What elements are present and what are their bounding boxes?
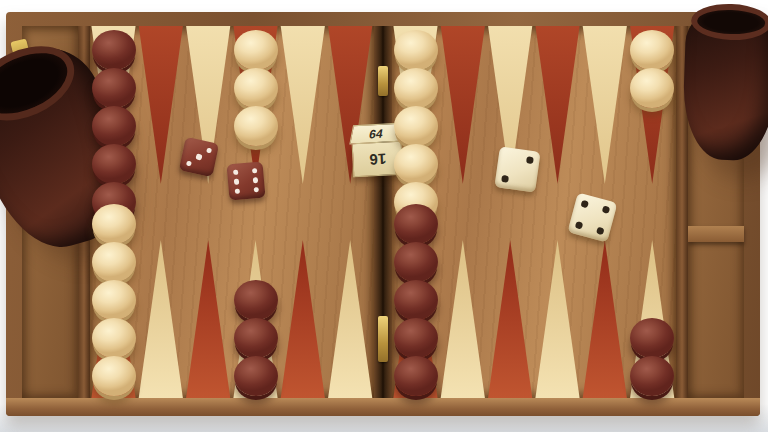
checker-dark-point-6[interactable] <box>394 242 438 282</box>
die-pip <box>252 177 258 183</box>
die-pip <box>234 179 240 185</box>
die-pip <box>526 157 533 164</box>
die-light-2[interactable] <box>494 146 540 192</box>
checker-dark-point-9[interactable] <box>234 280 278 320</box>
board-case: 64 16 <box>6 12 760 416</box>
checker-light-point-19[interactable] <box>394 144 438 184</box>
checker-dark-point-13[interactable] <box>92 106 136 146</box>
checker-dark-point-1[interactable] <box>630 356 674 396</box>
die-light-4[interactable] <box>567 192 617 242</box>
checker-light-point-24[interactable] <box>630 68 674 108</box>
checker-light-point-16[interactable] <box>234 106 278 146</box>
die-pip <box>235 188 241 194</box>
die-pip <box>501 175 508 182</box>
checker-light-point-16[interactable] <box>234 30 278 70</box>
checker-dark-point-13[interactable] <box>92 144 136 184</box>
die-pip <box>253 187 259 193</box>
checker-light-point-12[interactable] <box>92 204 136 244</box>
checker-light-point-19[interactable] <box>394 30 438 70</box>
die-pip <box>575 221 583 229</box>
checker-dark-point-6[interactable] <box>394 280 438 320</box>
checker-dark-point-9[interactable] <box>234 318 278 358</box>
checker-light-point-19[interactable] <box>394 106 438 146</box>
checker-dark-point-6[interactable] <box>394 356 438 396</box>
checker-dark-point-6[interactable] <box>394 204 438 244</box>
checker-light-point-12[interactable] <box>92 242 136 282</box>
die-dark-6[interactable] <box>226 161 265 200</box>
die-pip <box>252 168 258 174</box>
die-pip <box>233 170 239 176</box>
die-pip <box>196 154 202 160</box>
die-pip <box>186 161 192 167</box>
checker-light-point-19[interactable] <box>394 68 438 108</box>
checker-light-point-16[interactable] <box>234 68 278 108</box>
right-dice-cup[interactable] <box>681 6 768 161</box>
backgammon-set-photo: 64 16 <box>0 0 768 432</box>
checker-light-point-12[interactable] <box>92 318 136 358</box>
die-pip <box>596 227 604 235</box>
die-pip <box>581 200 589 208</box>
die-pip <box>602 206 610 214</box>
checker-dark-point-9[interactable] <box>234 356 278 396</box>
checker-dark-point-1[interactable] <box>630 318 674 358</box>
checker-dark-point-6[interactable] <box>394 318 438 358</box>
checker-light-point-12[interactable] <box>92 356 136 396</box>
checker-light-point-24[interactable] <box>630 30 674 70</box>
checker-light-point-12[interactable] <box>92 280 136 320</box>
die-pip <box>206 147 212 153</box>
checker-dark-point-13[interactable] <box>92 68 136 108</box>
checker-dark-point-13[interactable] <box>92 30 136 70</box>
die-dark-3[interactable] <box>179 137 219 177</box>
